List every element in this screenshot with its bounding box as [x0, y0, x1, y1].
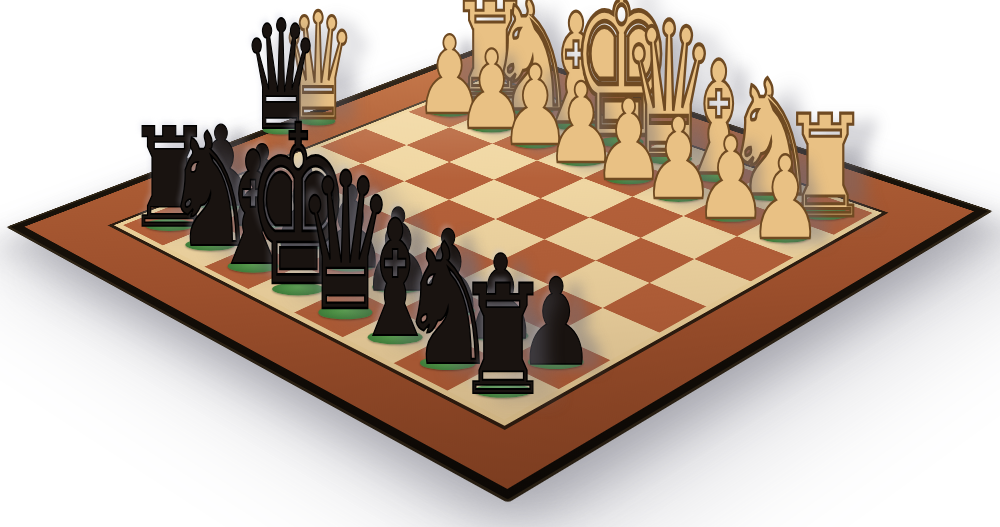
chess-board	[6, 44, 993, 503]
board-grid	[123, 80, 873, 420]
chess-set-product-photo: ♜♞♝♛♚♝♞♜♟♟♟♟♟♟♟♟♟♟♟♟♟♟♟♟♜♞♝♛♚♝♞♜♛♛	[0, 0, 1000, 527]
